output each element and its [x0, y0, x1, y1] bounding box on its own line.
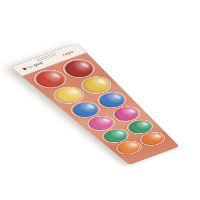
magnet-blister-pack: co gate magnit — [11, 43, 179, 165]
magnet-grid — [26, 55, 170, 158]
product-code-text: magnit — [61, 49, 75, 56]
brand-text: co gate — [26, 61, 45, 70]
product-photo: co gate magnit — [0, 0, 200, 200]
brand-group: co gate — [21, 61, 44, 71]
brand-logo-icon — [22, 67, 27, 70]
